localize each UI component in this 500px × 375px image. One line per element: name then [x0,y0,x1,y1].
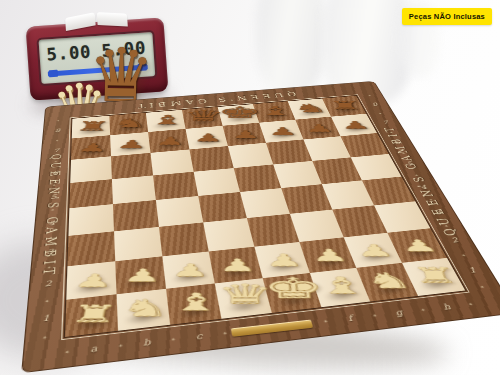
diamond-marker: ✦ [220,318,231,348]
file-label: g [371,296,427,329]
piece-black-pawn: ♟ [115,116,146,150]
square-c1: ♝ [166,283,221,324]
diamond-marker: ✦ [414,197,446,203]
square-a1: ♜ [65,294,118,337]
piece-white-queen: ♛ [216,243,274,308]
rank-label: 2 [28,267,68,301]
clock-button-left[interactable] [65,12,96,31]
chess-board: QUEEN'S GAMBIT QUEEN'S GAMBIT QUEEN'S GA… [21,81,500,373]
rank-label: 3 [31,237,69,268]
piece-black-pawn: ♟ [268,103,298,136]
file-label: b [122,325,172,361]
piece-white-bishop: ♝ [169,257,220,314]
chess-board-scene: QUEEN'S GAMBIT QUEEN'S GAMBIT QUEEN'S GA… [21,81,500,373]
diamond-marker: ✦ [169,324,178,355]
diamond-marker: ✦ [318,307,332,336]
piece-black-pawn: ♟ [76,119,107,154]
piece-white-knight: ♞ [367,238,414,291]
diamond-marker: ✦ [117,330,123,361]
diamond-marker: ✦ [414,296,432,324]
file-label: f [323,302,378,336]
pieces-not-included-badge: Peças NÃO Inclusas [402,8,492,25]
piece-white-knight: ♞ [119,265,168,320]
piece-black-pawn: ♟ [231,106,261,140]
clock-button-right[interactable] [97,12,128,27]
file-label: c [174,319,225,354]
diamond-marker: ✦ [24,333,65,341]
piece-white-bishop: ♝ [318,241,368,297]
file-label: a [69,331,118,368]
diamond-marker: ✦ [30,264,67,271]
diamond-marker: ✦ [27,297,66,305]
square-b1: ♞ [117,289,171,331]
diamond-marker: ✦ [33,234,68,240]
piece-white-rook: ♜ [67,271,116,325]
piece-white-rook: ♜ [415,235,461,286]
diamond-marker: ✦ [461,290,481,318]
rank-label: 1 [24,300,66,338]
diamond-marker: ✦ [36,207,70,213]
clock-time-left: 5.00 [46,41,92,64]
diamond-marker: ✦ [367,301,383,330]
square-g7: ♟ [295,117,340,140]
square-d1: ♛ [215,278,272,319]
diamond-marker: ✦ [463,283,500,290]
piece-black-pawn: ♟ [305,100,335,133]
file-label: h [419,291,476,324]
piece-black-pawn: ♟ [154,113,185,147]
square-a7: ♟ [71,135,111,160]
piece-black-pawn: ♟ [193,109,223,143]
diamond-marker: ✦ [64,336,70,368]
